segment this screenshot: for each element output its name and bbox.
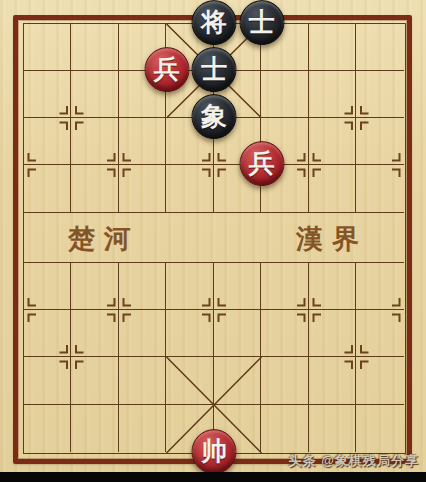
grid-cell <box>24 71 72 118</box>
grid-cell <box>309 310 357 357</box>
watermark-text: 头条 @象棋残局分享 <box>289 452 419 470</box>
grid-cell <box>214 357 262 405</box>
grid-cell <box>71 357 119 405</box>
grid-cell <box>119 165 167 213</box>
piece-red-soldier-1[interactable]: 兵 <box>144 47 189 92</box>
grid-cell <box>24 310 72 357</box>
grid-cell <box>356 357 404 405</box>
grid-cell <box>356 71 404 118</box>
grid-cell <box>119 310 167 357</box>
grid-cell <box>24 357 72 405</box>
grid-cell <box>356 263 404 310</box>
grid-cell <box>71 71 119 118</box>
xiangqi-screenshot: 楚河 漢界 将士兵士象兵帅 头条 @象棋残局分享 <box>0 0 426 482</box>
grid-cell <box>309 357 357 405</box>
grid-cell <box>356 118 404 165</box>
grid-cell <box>261 263 309 310</box>
grid-cell <box>309 263 357 310</box>
piece-red-soldier-2[interactable]: 兵 <box>239 141 284 186</box>
grid-cell <box>119 263 167 310</box>
grid-cell <box>214 213 262 263</box>
grid-cell <box>71 24 119 71</box>
river-label-chu-he: 楚河 <box>68 224 140 256</box>
grid-cell <box>166 213 214 263</box>
grid-cell <box>309 24 357 71</box>
grid-cell <box>356 405 404 452</box>
grid-cell <box>309 71 357 118</box>
grid-cell <box>24 263 72 310</box>
grid-cell <box>356 165 404 213</box>
piece-black-elephant[interactable]: 象 <box>192 94 237 139</box>
grid-cell <box>119 357 167 405</box>
grid-cell <box>356 310 404 357</box>
grid-cell <box>24 213 72 263</box>
grid-cell <box>309 405 357 452</box>
grid-cell <box>261 310 309 357</box>
grid-cell <box>24 24 72 71</box>
grid-cell <box>24 118 72 165</box>
grid-cell <box>71 310 119 357</box>
grid-cell <box>119 405 167 452</box>
grid-cell <box>71 118 119 165</box>
grid-cell <box>166 263 214 310</box>
grid-cell <box>166 357 214 405</box>
grid-cell <box>119 118 167 165</box>
grid-cell <box>261 71 309 118</box>
piece-black-advisor-2[interactable]: 士 <box>192 47 237 92</box>
grid-cell <box>24 405 72 452</box>
grid-cell <box>24 165 72 213</box>
grid-cell <box>214 310 262 357</box>
grid-cell <box>71 263 119 310</box>
grid-cell <box>261 405 309 452</box>
grid-cell <box>214 263 262 310</box>
bottom-letterbox-bar <box>0 472 426 482</box>
grid-cell <box>166 165 214 213</box>
grid-cell <box>261 357 309 405</box>
grid-cell <box>166 310 214 357</box>
piece-red-general[interactable]: 帅 <box>192 429 237 474</box>
piece-black-advisor-1[interactable]: 士 <box>239 0 284 45</box>
grid-cell <box>309 118 357 165</box>
grid-cell <box>71 405 119 452</box>
piece-black-general[interactable]: 将 <box>192 0 237 45</box>
grid-cell <box>356 24 404 71</box>
grid-cell <box>309 165 357 213</box>
river-label-han-jie: 漢界 <box>296 224 368 256</box>
grid-cell <box>71 165 119 213</box>
